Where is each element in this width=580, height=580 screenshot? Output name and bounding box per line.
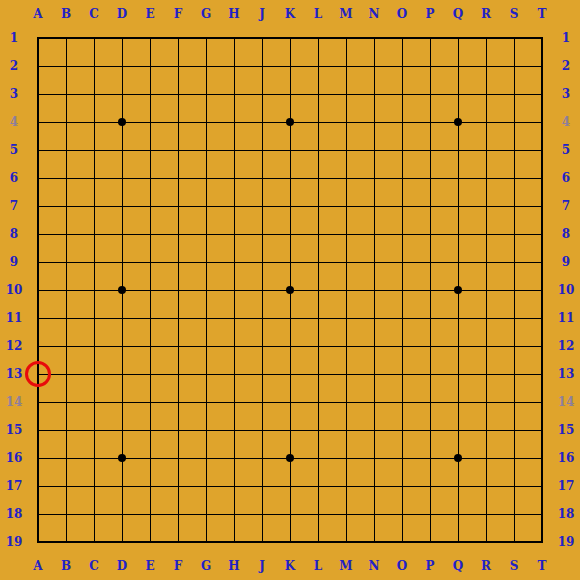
board-gridline-horizontal	[37, 318, 543, 319]
column-label: D	[117, 7, 127, 21]
column-label: E	[145, 7, 154, 21]
column-label: J	[259, 559, 265, 573]
row-label: 6	[10, 171, 18, 185]
column-label: L	[314, 559, 322, 573]
column-label: F	[174, 7, 183, 21]
row-label: 13	[558, 367, 575, 381]
star-point	[118, 454, 126, 462]
column-label: N	[369, 7, 380, 21]
star-point	[454, 454, 462, 462]
row-label: 19	[558, 535, 575, 549]
column-label: D	[117, 559, 127, 573]
column-label: E	[145, 559, 154, 573]
column-label: Q	[453, 7, 463, 21]
star-point	[454, 118, 462, 126]
row-label: 9	[562, 255, 570, 269]
row-label: 12	[558, 339, 575, 353]
row-label: 16	[6, 451, 23, 465]
row-label: 2	[10, 59, 18, 73]
star-point	[286, 286, 294, 294]
row-label: 15	[6, 423, 23, 437]
row-label: 2	[562, 59, 570, 73]
row-label: 18	[6, 507, 23, 521]
column-label: R	[481, 7, 491, 21]
row-label: 11	[6, 311, 23, 325]
board-gridline-horizontal	[37, 374, 543, 375]
column-label: P	[425, 559, 434, 573]
column-label: R	[481, 559, 491, 573]
row-label: 4	[10, 115, 18, 129]
column-label: T	[538, 7, 547, 21]
column-label: A	[33, 559, 42, 573]
board-gridline-vertical	[346, 37, 347, 543]
column-label: F	[174, 559, 183, 573]
row-label: 10	[558, 283, 575, 297]
row-label: 7	[10, 199, 18, 213]
row-label: 10	[6, 283, 23, 297]
column-label: M	[339, 559, 352, 573]
row-label: 13	[6, 367, 23, 381]
row-label: 3	[562, 87, 570, 101]
column-label: G	[201, 7, 211, 21]
column-label: P	[425, 7, 434, 21]
row-label: 8	[562, 227, 570, 241]
column-label: Q	[453, 559, 463, 573]
board-gridline-vertical	[541, 37, 543, 543]
row-label: 6	[562, 171, 570, 185]
column-label: K	[285, 559, 295, 573]
board-gridline-vertical	[374, 37, 375, 543]
column-label: B	[61, 7, 71, 21]
column-label: T	[538, 559, 547, 573]
star-point	[118, 286, 126, 294]
star-point	[118, 118, 126, 126]
go-board[interactable]: AABBCCDDEEFFGGHHJJKKLLMMNNOOPPQQRRSSTT11…	[0, 0, 580, 580]
board-gridline-vertical	[514, 37, 515, 543]
column-label: C	[89, 7, 99, 21]
row-label: 5	[10, 143, 18, 157]
row-label: 17	[6, 479, 23, 493]
column-label: H	[228, 7, 239, 21]
column-label: G	[201, 559, 211, 573]
column-label: H	[228, 559, 239, 573]
board-gridline-vertical	[486, 37, 487, 543]
column-label: M	[339, 7, 352, 21]
row-label: 1	[562, 31, 570, 45]
column-label: O	[397, 559, 407, 573]
board-gridline-horizontal	[37, 541, 543, 543]
row-label: 8	[10, 227, 18, 241]
column-label: S	[510, 7, 519, 21]
column-label: J	[259, 7, 265, 21]
row-label: 1	[10, 31, 18, 45]
column-label: L	[314, 7, 322, 21]
column-label: A	[33, 7, 42, 21]
column-label: O	[397, 7, 407, 21]
row-label: 15	[558, 423, 575, 437]
board-gridline-vertical	[430, 37, 431, 543]
row-label: 12	[6, 339, 23, 353]
board-gridline-horizontal	[37, 486, 543, 487]
star-point	[286, 118, 294, 126]
row-label: 18	[558, 507, 575, 521]
row-label: 11	[558, 311, 575, 325]
board-gridline-vertical	[402, 37, 403, 543]
row-label: 3	[10, 87, 18, 101]
board-gridline-horizontal	[37, 514, 543, 515]
row-label: 16	[558, 451, 575, 465]
column-label: K	[285, 7, 295, 21]
row-label: 19	[6, 535, 23, 549]
row-label: 14	[6, 395, 23, 409]
row-label: 4	[562, 115, 570, 129]
column-label: C	[89, 559, 99, 573]
star-point	[286, 454, 294, 462]
board-gridline-horizontal	[37, 402, 543, 403]
row-label: 14	[558, 395, 575, 409]
board-gridline-vertical	[318, 37, 319, 543]
star-point	[454, 286, 462, 294]
row-label: 17	[558, 479, 575, 493]
column-label: N	[369, 559, 380, 573]
column-label: S	[510, 559, 519, 573]
column-label: B	[61, 559, 71, 573]
row-label: 9	[10, 255, 18, 269]
last-move-marker	[25, 361, 51, 387]
board-gridline-horizontal	[37, 430, 543, 431]
board-gridline-horizontal	[37, 346, 543, 347]
row-label: 5	[562, 143, 570, 157]
row-label: 7	[562, 199, 570, 213]
